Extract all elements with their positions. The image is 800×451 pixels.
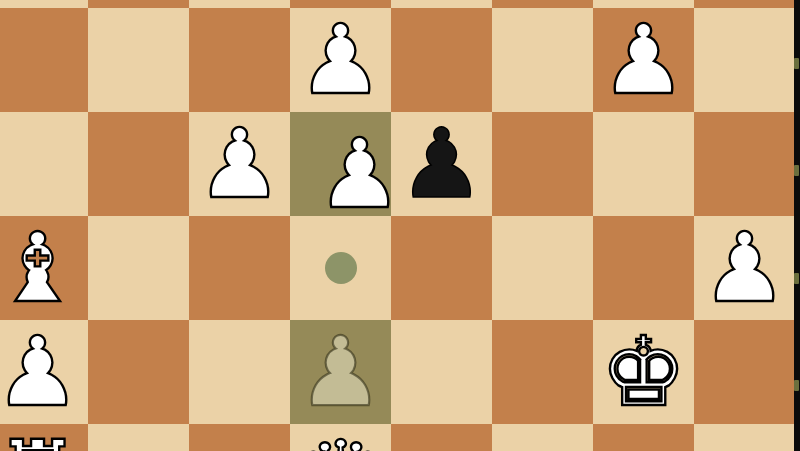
move-dest-dot[interactable]	[325, 252, 357, 284]
square-e1[interactable]	[391, 424, 492, 451]
square-f3[interactable]	[492, 216, 593, 320]
square-a1[interactable]: ♜	[0, 424, 88, 451]
square-a4[interactable]	[0, 112, 88, 216]
square-c6[interactable]	[189, 0, 290, 8]
square-a6[interactable]	[0, 0, 88, 8]
square-d3[interactable]	[290, 216, 391, 320]
square-f5[interactable]	[492, 8, 593, 112]
square-b6[interactable]	[88, 0, 189, 8]
square-d5[interactable]: ♟	[290, 8, 391, 112]
square-h6[interactable]: ♟	[694, 0, 795, 8]
dragged-pawn-glyph: ♟	[316, 122, 402, 226]
square-f1[interactable]	[492, 424, 593, 451]
white-pawn-a2[interactable]: ♟	[0, 320, 81, 424]
square-b1[interactable]	[88, 424, 189, 451]
square-a3[interactable]: ♝	[0, 216, 88, 320]
square-c4[interactable]: ♟	[189, 112, 290, 216]
rank-coordinate-tick	[794, 273, 799, 284]
rank-coordinate-tick	[794, 380, 799, 391]
white-king-g2[interactable]: ♚	[600, 320, 686, 424]
square-c2[interactable]	[189, 320, 290, 424]
square-g5[interactable]: ♟	[593, 8, 694, 112]
square-h4[interactable]	[694, 112, 795, 216]
square-g1[interactable]	[593, 424, 694, 451]
white-queen-d1[interactable]: ♛	[297, 424, 383, 451]
ghost-white-pawn-d2[interactable]: ♟	[297, 320, 383, 424]
square-h1[interactable]	[694, 424, 795, 451]
square-h5[interactable]	[694, 8, 795, 112]
square-c5[interactable]	[189, 8, 290, 112]
black-pawn-e4[interactable]: ♟	[398, 112, 484, 216]
square-h2[interactable]	[694, 320, 795, 424]
square-b3[interactable]	[88, 216, 189, 320]
rank-coordinate-tick	[794, 58, 799, 69]
square-b2[interactable]	[88, 320, 189, 424]
square-g4[interactable]	[593, 112, 694, 216]
white-pawn-h6[interactable]: ♟	[701, 0, 787, 8]
square-c1[interactable]	[189, 424, 290, 451]
rank-coordinate-tick	[794, 165, 799, 176]
square-f4[interactable]	[492, 112, 593, 216]
board-edge-bar	[794, 0, 800, 451]
square-e2[interactable]	[391, 320, 492, 424]
square-f2[interactable]	[492, 320, 593, 424]
square-g3[interactable]	[593, 216, 694, 320]
square-h3[interactable]: ♟	[694, 216, 795, 320]
square-f6[interactable]	[492, 0, 593, 8]
square-a5[interactable]	[0, 8, 88, 112]
square-g2[interactable]: ♚	[593, 320, 694, 424]
white-pawn-h3[interactable]: ♟	[701, 216, 787, 320]
square-d1[interactable]: ♛	[290, 424, 391, 451]
square-b5[interactable]	[88, 8, 189, 112]
square-b4[interactable]	[88, 112, 189, 216]
square-c3[interactable]	[189, 216, 290, 320]
square-a2[interactable]: ♟	[0, 320, 88, 424]
white-pawn-g5[interactable]: ♟	[600, 8, 686, 112]
dragged-piece[interactable]: ♟	[309, 122, 410, 226]
square-e3[interactable]	[391, 216, 492, 320]
white-rook-a1[interactable]: ♜	[0, 424, 81, 451]
square-e5[interactable]	[391, 8, 492, 112]
white-pawn-d5[interactable]: ♟	[297, 8, 383, 112]
white-bishop-a3[interactable]: ♝	[0, 216, 81, 320]
square-d2[interactable]: ♟	[290, 320, 391, 424]
white-pawn-c4[interactable]: ♟	[196, 112, 282, 216]
chess-board-viewport: ♟♟♟♟♟♝♟♟♟♚♜♛ ♟	[0, 0, 800, 451]
square-e6[interactable]	[391, 0, 492, 8]
